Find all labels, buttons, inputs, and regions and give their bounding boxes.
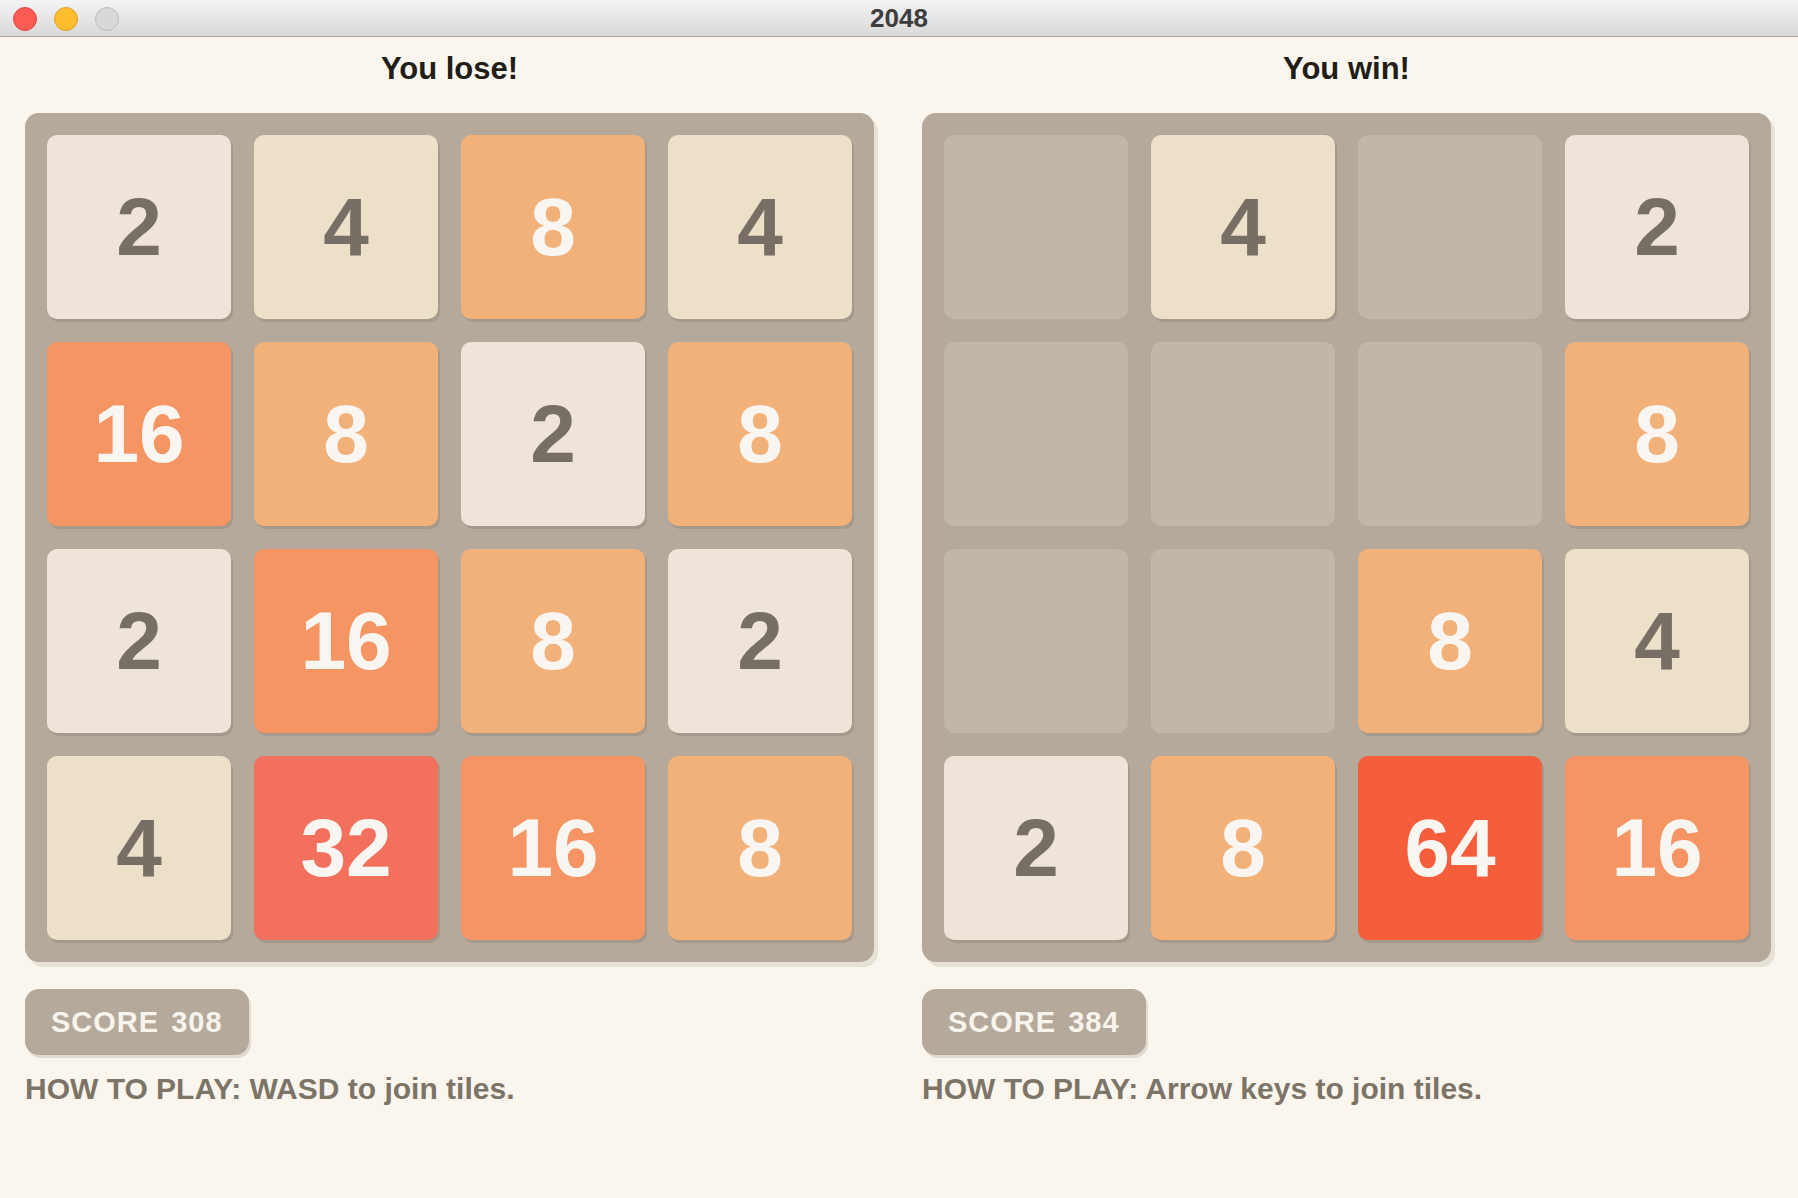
score-badge-right: SCORE 384 [922, 989, 1146, 1055]
board-right[interactable]: 42884286416 [922, 113, 1771, 962]
tile-2: 2 [47, 549, 231, 733]
tile-16: 16 [1565, 756, 1749, 940]
status-heading-win: You win! [922, 51, 1771, 87]
left-game-panel: You lose! 24841682821682432168 SCORE 308… [25, 0, 874, 1198]
tile-4: 4 [47, 756, 231, 940]
tile-2: 2 [944, 756, 1128, 940]
score-value: 308 [171, 1006, 222, 1039]
tile-8: 8 [254, 342, 438, 526]
tile-16: 16 [461, 756, 645, 940]
empty-cell [944, 549, 1128, 733]
tile-8: 8 [1151, 756, 1335, 940]
tile-32: 32 [254, 756, 438, 940]
tile-2: 2 [47, 135, 231, 319]
tile-4: 4 [1565, 549, 1749, 733]
tile-8: 8 [668, 756, 852, 940]
tile-16: 16 [254, 549, 438, 733]
score-value: 384 [1068, 1006, 1119, 1039]
tile-8: 8 [1565, 342, 1749, 526]
tile-8: 8 [461, 549, 645, 733]
how-to-play-text-left: HOW TO PLAY: WASD to join tiles. [25, 1072, 865, 1106]
status-heading-lose: You lose! [25, 51, 874, 87]
empty-cell [1151, 342, 1335, 526]
empty-cell [1358, 135, 1542, 319]
tile-2: 2 [461, 342, 645, 526]
empty-cell [944, 135, 1128, 319]
tile-8: 8 [461, 135, 645, 319]
tile-4: 4 [1151, 135, 1335, 319]
tile-16: 16 [47, 342, 231, 526]
tile-8: 8 [1358, 549, 1542, 733]
empty-cell [1151, 549, 1335, 733]
board-left[interactable]: 24841682821682432168 [25, 113, 874, 962]
tile-8: 8 [668, 342, 852, 526]
tile-64: 64 [1358, 756, 1542, 940]
empty-cell [944, 342, 1128, 526]
score-label: SCORE [51, 1006, 159, 1039]
tile-4: 4 [254, 135, 438, 319]
score-badge-left: SCORE 308 [25, 989, 249, 1055]
tile-2: 2 [668, 549, 852, 733]
right-game-panel: You win! 42884286416 SCORE 384 HOW TO PL… [922, 0, 1771, 1198]
empty-cell [1358, 342, 1542, 526]
how-to-play-text-right: HOW TO PLAY: Arrow keys to join tiles. [922, 1072, 1762, 1106]
score-label: SCORE [948, 1006, 1056, 1039]
tile-4: 4 [668, 135, 852, 319]
tile-2: 2 [1565, 135, 1749, 319]
